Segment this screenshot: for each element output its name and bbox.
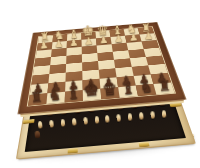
stored-piece[interactable] <box>128 113 133 121</box>
black-bishop-piece[interactable]: ♝ <box>66 86 81 102</box>
white-pawn-piece[interactable]: ♟ <box>114 33 124 44</box>
square[interactable] <box>112 43 129 52</box>
stored-piece[interactable] <box>94 116 99 124</box>
square[interactable] <box>97 52 114 61</box>
black-rook-piece[interactable]: ♜ <box>158 79 172 94</box>
square[interactable] <box>114 58 132 68</box>
chess-board: ♜♞♝♚♛♝♞♜♟♟♟♟♟♟♟♟♟♟♟♟♟♟♟♟♜♞♝♚♛♝♞♜ <box>17 22 186 115</box>
white-pawn-piece[interactable]: ♟ <box>54 38 64 49</box>
square[interactable]: ♝ <box>118 86 138 98</box>
stored-piece[interactable] <box>72 118 77 126</box>
black-bishop-piece[interactable]: ♝ <box>121 81 136 97</box>
black-queen-piece[interactable]: ♛ <box>102 81 118 99</box>
square[interactable] <box>146 56 165 66</box>
white-pawn-piece[interactable]: ♟ <box>69 37 79 48</box>
board-squares: ♜♞♝♚♛♝♞♜♟♟♟♟♟♟♟♟♟♟♟♟♟♟♟♟♜♞♝♚♛♝♞♜ <box>28 27 175 106</box>
black-knight-piece[interactable]: ♞ <box>48 88 62 103</box>
square[interactable] <box>82 53 98 62</box>
white-pawn-piece[interactable]: ♟ <box>129 32 139 43</box>
loose-piece[interactable] <box>34 131 40 139</box>
stored-piece[interactable] <box>139 112 144 120</box>
square[interactable] <box>113 50 130 59</box>
white-pawn-piece[interactable]: ♟ <box>39 39 49 50</box>
stored-piece[interactable] <box>117 114 122 122</box>
square[interactable]: ♜ <box>153 83 174 95</box>
square[interactable]: ♜ <box>28 93 47 105</box>
black-king-piece[interactable]: ♚ <box>83 81 100 100</box>
square[interactable] <box>34 57 51 67</box>
product-photo: ♜♞♝♚♛♝♞♜♟♟♟♟♟♟♟♟♟♟♟♟♟♟♟♟♜♞♝♚♛♝♞♜ <box>0 0 200 168</box>
white-pawn-piece[interactable]: ♟ <box>84 36 94 47</box>
rim-clasp-left <box>68 148 78 154</box>
stored-piece[interactable] <box>49 120 54 128</box>
stored-piece[interactable] <box>162 110 167 118</box>
stored-piece[interactable] <box>105 115 110 123</box>
square[interactable]: ♛ <box>100 87 119 99</box>
square[interactable]: ♚ <box>83 89 102 101</box>
stored-piece[interactable] <box>150 111 155 119</box>
rim-clasp-right <box>139 142 150 148</box>
black-knight-piece[interactable]: ♞ <box>139 80 153 95</box>
black-rook-piece[interactable]: ♜ <box>30 90 44 105</box>
scene: ♜♞♝♚♛♝♞♜♟♟♟♟♟♟♟♟♟♟♟♟♟♟♟♟♜♞♝♚♛♝♞♜ <box>0 0 200 168</box>
square[interactable]: ♞ <box>46 92 65 104</box>
stored-piece[interactable] <box>38 121 43 129</box>
square[interactable]: ♝ <box>65 90 83 102</box>
stored-piece[interactable] <box>60 119 65 127</box>
square[interactable] <box>144 48 162 57</box>
square[interactable] <box>66 54 82 63</box>
square[interactable] <box>98 60 115 70</box>
stored-piece[interactable] <box>83 117 88 125</box>
white-pawn-piece[interactable]: ♟ <box>99 34 109 45</box>
white-pawn-piece[interactable]: ♟ <box>144 30 154 41</box>
square[interactable] <box>50 56 66 66</box>
